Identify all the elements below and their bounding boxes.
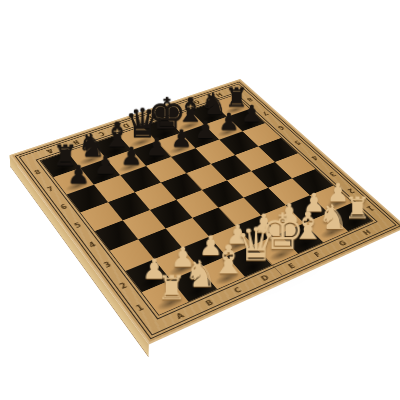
black-pawn-a7[interactable]: ♟ (54, 162, 102, 187)
product-photo-scene: ABCDEFGH ABCDEFGH 87654321 87654321 ♜♞♝♛… (0, 0, 400, 400)
white-rook-a1[interactable]: ♜ (144, 272, 199, 305)
square-d5[interactable] (161, 173, 202, 200)
